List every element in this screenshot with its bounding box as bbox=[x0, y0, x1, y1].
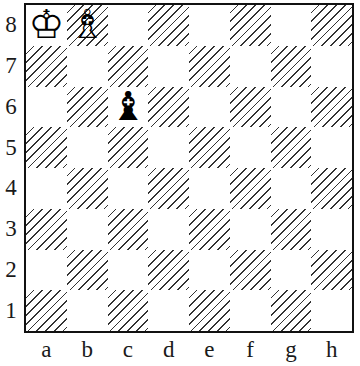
square-e6[interactable] bbox=[189, 87, 230, 128]
square-d3[interactable] bbox=[148, 209, 189, 250]
square-h1[interactable] bbox=[311, 290, 352, 331]
file-label-b: b bbox=[67, 335, 108, 365]
square-f7[interactable] bbox=[230, 46, 271, 87]
square-a4[interactable] bbox=[26, 168, 67, 209]
square-a6[interactable] bbox=[26, 87, 67, 128]
piece-white-king[interactable]: ♔ bbox=[28, 5, 64, 44]
square-a8[interactable]: ♔ bbox=[26, 5, 67, 46]
square-d1[interactable] bbox=[148, 290, 189, 331]
square-h6[interactable] bbox=[311, 87, 352, 128]
rank-label-4: 4 bbox=[0, 168, 22, 209]
square-d4[interactable] bbox=[148, 168, 189, 209]
file-label-c: c bbox=[108, 335, 149, 365]
square-e3[interactable] bbox=[189, 209, 230, 250]
square-h8[interactable] bbox=[311, 5, 352, 46]
square-b8[interactable]: ♗ bbox=[67, 5, 108, 46]
square-e8[interactable] bbox=[189, 5, 230, 46]
square-c3[interactable] bbox=[108, 209, 149, 250]
rank-label-5: 5 bbox=[0, 127, 22, 168]
square-b7[interactable] bbox=[67, 46, 108, 87]
rank-label-3: 3 bbox=[0, 209, 22, 250]
square-c5[interactable] bbox=[108, 127, 149, 168]
rank-label-8: 8 bbox=[0, 5, 22, 46]
square-f6[interactable] bbox=[230, 87, 271, 128]
rank-label-6: 6 bbox=[0, 87, 22, 128]
square-c8[interactable] bbox=[108, 5, 149, 46]
square-d7[interactable] bbox=[148, 46, 189, 87]
square-h5[interactable] bbox=[311, 127, 352, 168]
square-f2[interactable] bbox=[230, 250, 271, 291]
square-g4[interactable] bbox=[271, 168, 312, 209]
square-e7[interactable] bbox=[189, 46, 230, 87]
square-b2[interactable] bbox=[67, 250, 108, 291]
square-h3[interactable] bbox=[311, 209, 352, 250]
square-a2[interactable] bbox=[26, 250, 67, 291]
file-label-d: d bbox=[148, 335, 189, 365]
square-d5[interactable] bbox=[148, 127, 189, 168]
chess-diagram: ♔♗♝ 87654321 abcdefgh bbox=[0, 0, 360, 366]
square-c1[interactable] bbox=[108, 290, 149, 331]
square-c7[interactable] bbox=[108, 46, 149, 87]
square-g5[interactable] bbox=[271, 127, 312, 168]
square-g3[interactable] bbox=[271, 209, 312, 250]
square-g8[interactable] bbox=[271, 5, 312, 46]
square-e4[interactable] bbox=[189, 168, 230, 209]
square-c6[interactable]: ♝ bbox=[108, 87, 149, 128]
rank-label-7: 7 bbox=[0, 46, 22, 87]
file-label-a: a bbox=[26, 335, 67, 365]
square-e5[interactable] bbox=[189, 127, 230, 168]
square-c4[interactable] bbox=[108, 168, 149, 209]
square-a1[interactable] bbox=[26, 290, 67, 331]
square-b6[interactable] bbox=[67, 87, 108, 128]
square-h2[interactable] bbox=[311, 250, 352, 291]
file-label-e: e bbox=[189, 335, 230, 365]
square-f3[interactable] bbox=[230, 209, 271, 250]
square-h4[interactable] bbox=[311, 168, 352, 209]
square-b1[interactable] bbox=[67, 290, 108, 331]
square-b3[interactable] bbox=[67, 209, 108, 250]
chess-board: ♔♗♝ bbox=[24, 3, 354, 333]
square-b4[interactable] bbox=[67, 168, 108, 209]
file-label-g: g bbox=[271, 335, 312, 365]
square-g7[interactable] bbox=[271, 46, 312, 87]
rank-label-1: 1 bbox=[0, 290, 22, 331]
square-c2[interactable] bbox=[108, 250, 149, 291]
piece-black-bishop[interactable]: ♝ bbox=[110, 87, 146, 126]
square-g1[interactable] bbox=[271, 290, 312, 331]
square-d2[interactable] bbox=[148, 250, 189, 291]
square-e2[interactable] bbox=[189, 250, 230, 291]
piece-white-bishop[interactable]: ♗ bbox=[69, 5, 105, 44]
square-a5[interactable] bbox=[26, 127, 67, 168]
square-f8[interactable] bbox=[230, 5, 271, 46]
square-d8[interactable] bbox=[148, 5, 189, 46]
square-a3[interactable] bbox=[26, 209, 67, 250]
square-e1[interactable] bbox=[189, 290, 230, 331]
square-a7[interactable] bbox=[26, 46, 67, 87]
rank-label-2: 2 bbox=[0, 250, 22, 291]
square-f5[interactable] bbox=[230, 127, 271, 168]
square-f1[interactable] bbox=[230, 290, 271, 331]
square-f4[interactable] bbox=[230, 168, 271, 209]
square-g2[interactable] bbox=[271, 250, 312, 291]
square-h7[interactable] bbox=[311, 46, 352, 87]
square-b5[interactable] bbox=[67, 127, 108, 168]
file-label-f: f bbox=[230, 335, 271, 365]
file-label-h: h bbox=[311, 335, 352, 365]
square-g6[interactable] bbox=[271, 87, 312, 128]
square-d6[interactable] bbox=[148, 87, 189, 128]
